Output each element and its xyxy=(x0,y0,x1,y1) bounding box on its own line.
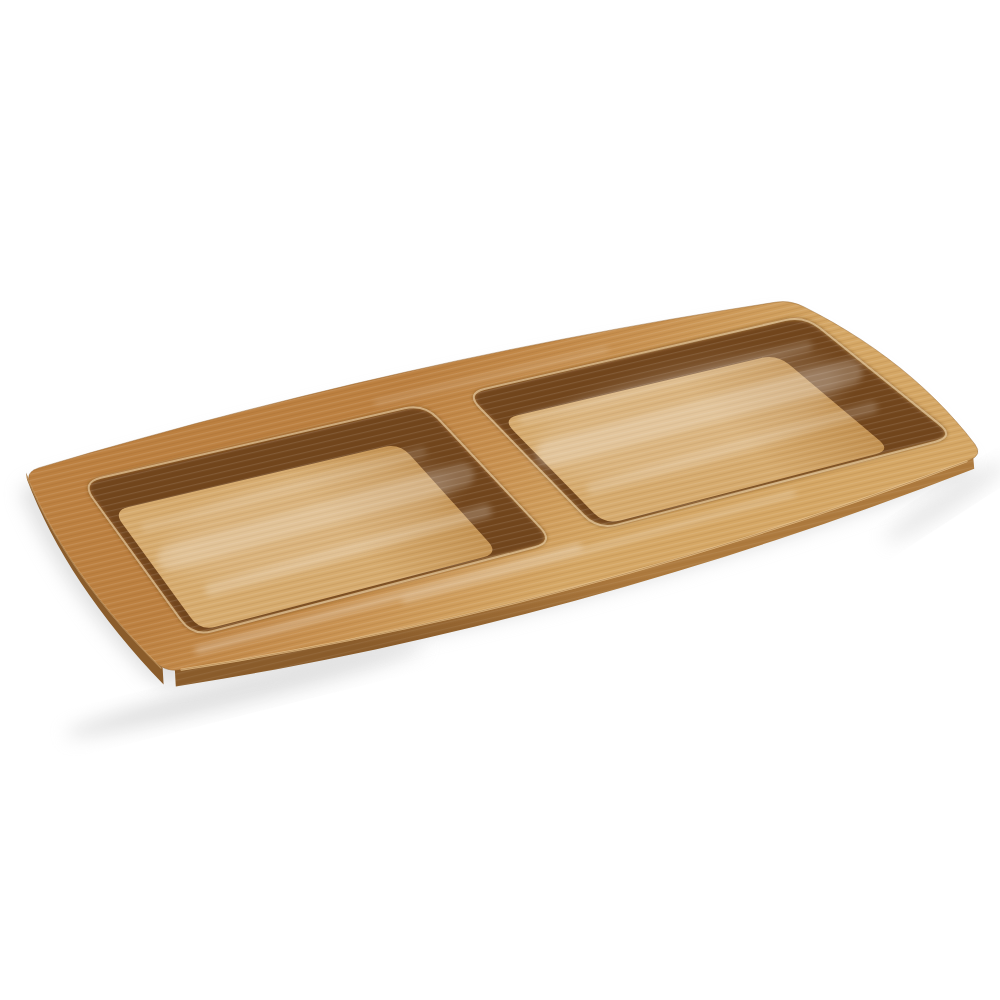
page: { "scene": { "object_label": "Two-compar… xyxy=(0,0,1000,1000)
product-photo xyxy=(0,0,1000,1000)
bamboo-tray-image xyxy=(0,0,1000,1000)
